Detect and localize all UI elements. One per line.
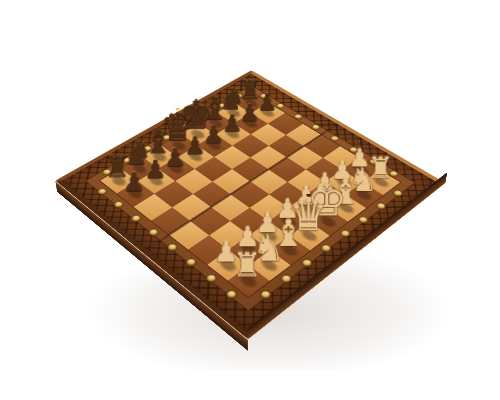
chess-board: ♜♟♟♜♞♟♟♞♝♟♟♝♚♟♟♚♛♟♟♛♝♟♟♝♞♟♟♞♜♟♟♜ (55, 70, 445, 339)
square-b4 (190, 207, 229, 235)
black-pawn: ♟ (183, 133, 205, 157)
black-pawn: ♟ (164, 145, 186, 170)
scene: ♜♟♟♜♞♟♟♞♝♟♟♝♚♟♟♚♛♟♟♛♝♟♟♝♞♟♟♞♜♟♟♜ (0, 0, 500, 400)
black-queen-amber-finial (176, 104, 180, 111)
black-pawn: ♟ (203, 122, 224, 146)
product-photo-canvas: ♜♟♟♜♞♟♟♞♝♟♟♝♚♟♟♚♛♟♟♛♝♟♟♝♞♟♟♞♜♟♟♜ (0, 0, 500, 400)
white-queen-dark-finial (306, 189, 310, 197)
chess-board-squares: ♜♟♟♜♞♟♟♞♝♟♟♝♚♟♟♚♛♟♟♛♝♟♟♝♞♟♟♞♜♟♟♜ (100, 93, 400, 297)
black-pawn: ♟ (122, 169, 145, 194)
white-rook: ♜ (232, 249, 261, 282)
black-pawn: ♟ (221, 112, 242, 135)
black-pawn: ♟ (143, 157, 165, 182)
